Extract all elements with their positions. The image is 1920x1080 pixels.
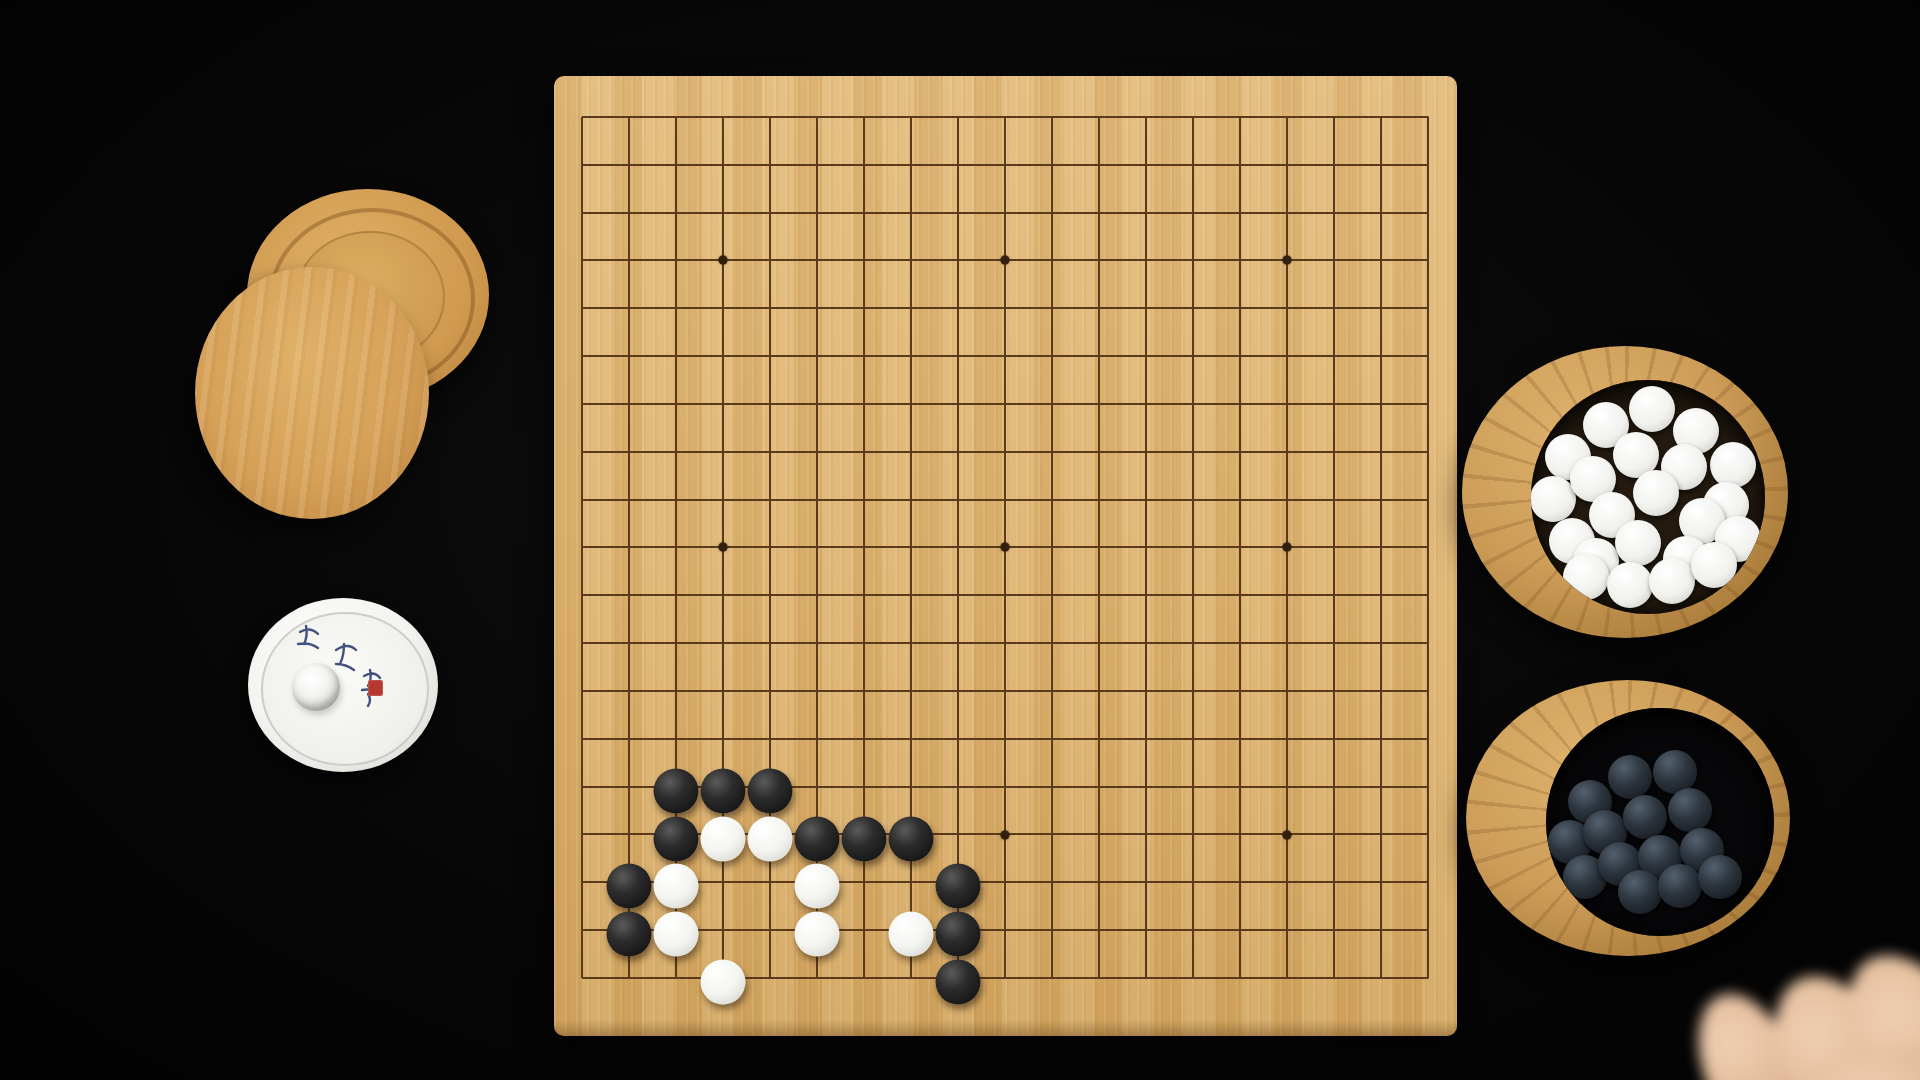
intersection[interactable]	[1170, 428, 1217, 476]
intersection[interactable]	[1123, 93, 1170, 141]
intersection[interactable]	[1123, 571, 1170, 619]
intersection[interactable]	[605, 571, 652, 619]
intersection[interactable]	[1076, 284, 1123, 332]
intersection[interactable]	[1311, 763, 1358, 811]
intersection[interactable]	[1028, 93, 1075, 141]
intersection[interactable]	[652, 141, 699, 189]
intersection[interactable]	[699, 571, 746, 619]
intersection[interactable]	[793, 476, 840, 524]
intersection[interactable]	[1311, 332, 1358, 380]
intersection[interactable]	[1311, 380, 1358, 428]
intersection[interactable]	[746, 236, 793, 284]
intersection[interactable]	[1217, 93, 1264, 141]
intersection[interactable]	[652, 954, 699, 1002]
intersection[interactable]	[1405, 332, 1452, 380]
intersection[interactable]	[934, 476, 981, 524]
intersection[interactable]	[1405, 667, 1452, 715]
intersection[interactable]	[840, 141, 887, 189]
intersection[interactable]	[558, 906, 605, 954]
intersection[interactable]	[1217, 236, 1264, 284]
intersection[interactable]	[981, 571, 1028, 619]
intersection[interactable]	[558, 380, 605, 428]
intersection[interactable]	[652, 571, 699, 619]
intersection[interactable]	[746, 284, 793, 332]
intersection[interactable]	[1076, 763, 1123, 811]
intersection[interactable]	[558, 571, 605, 619]
white-stone-C3[interactable]	[653, 864, 698, 909]
intersection[interactable]	[1170, 332, 1217, 380]
intersection[interactable]	[1217, 858, 1264, 906]
intersection[interactable]	[605, 189, 652, 237]
intersection[interactable]	[887, 476, 934, 524]
intersection[interactable]	[1358, 523, 1405, 571]
intersection[interactable]	[793, 571, 840, 619]
intersection[interactable]	[1405, 380, 1452, 428]
intersection[interactable]	[652, 667, 699, 715]
intersection[interactable]	[934, 715, 981, 763]
black-stone-E5[interactable]	[747, 768, 792, 813]
black-stone-B3[interactable]	[606, 864, 651, 909]
intersection[interactable]	[981, 189, 1028, 237]
intersection[interactable]	[1028, 236, 1075, 284]
intersection[interactable]	[1358, 954, 1405, 1002]
intersection[interactable]	[1311, 619, 1358, 667]
intersection[interactable]	[887, 189, 934, 237]
intersection[interactable]	[981, 667, 1028, 715]
intersection[interactable]	[1028, 954, 1075, 1002]
intersection[interactable]	[887, 858, 934, 906]
intersection[interactable]	[1076, 954, 1123, 1002]
intersection[interactable]	[793, 93, 840, 141]
intersection[interactable]	[558, 236, 605, 284]
intersection[interactable]	[605, 428, 652, 476]
intersection[interactable]	[1264, 93, 1311, 141]
intersection[interactable]	[605, 332, 652, 380]
intersection[interactable]	[1264, 284, 1311, 332]
intersection[interactable]	[840, 428, 887, 476]
intersection[interactable]	[1358, 763, 1405, 811]
intersection[interactable]	[1028, 715, 1075, 763]
intersection[interactable]	[1076, 858, 1123, 906]
white-stone-in-bowl[interactable]	[1563, 554, 1609, 600]
intersection[interactable]	[605, 284, 652, 332]
intersection[interactable]	[605, 380, 652, 428]
intersection[interactable]	[746, 667, 793, 715]
intersection[interactable]	[887, 284, 934, 332]
intersection[interactable]	[699, 667, 746, 715]
intersection[interactable]	[1028, 141, 1075, 189]
intersection[interactable]	[699, 141, 746, 189]
intersection[interactable]	[1217, 667, 1264, 715]
intersection[interactable]	[1028, 428, 1075, 476]
intersection[interactable]	[840, 763, 887, 811]
intersection[interactable]	[1311, 906, 1358, 954]
intersection[interactable]	[1217, 810, 1264, 858]
intersection[interactable]	[652, 523, 699, 571]
intersection[interactable]	[1311, 810, 1358, 858]
intersection[interactable]	[605, 763, 652, 811]
intersection[interactable]	[934, 332, 981, 380]
intersection[interactable]	[652, 619, 699, 667]
intersection[interactable]	[558, 428, 605, 476]
intersection[interactable]	[1405, 93, 1452, 141]
intersection[interactable]	[840, 236, 887, 284]
intersection[interactable]	[605, 93, 652, 141]
intersection[interactable]	[1076, 619, 1123, 667]
intersection[interactable]	[934, 380, 981, 428]
intersection[interactable]	[1123, 715, 1170, 763]
intersection[interactable]	[1170, 667, 1217, 715]
intersection[interactable]	[1076, 715, 1123, 763]
white-stone-in-bowl[interactable]	[1633, 470, 1679, 516]
black-stone-in-bowl[interactable]	[1698, 855, 1742, 899]
white-stone-C2[interactable]	[653, 912, 698, 957]
black-stone-in-bowl[interactable]	[1608, 755, 1652, 799]
intersection[interactable]	[887, 332, 934, 380]
intersection[interactable]	[746, 523, 793, 571]
intersection[interactable]	[746, 428, 793, 476]
intersection[interactable]	[1123, 667, 1170, 715]
intersection[interactable]	[793, 141, 840, 189]
intersection[interactable]	[699, 189, 746, 237]
intersection[interactable]	[1076, 332, 1123, 380]
intersection[interactable]	[840, 523, 887, 571]
intersection[interactable]	[887, 428, 934, 476]
intersection[interactable]	[1311, 667, 1358, 715]
white-stone-in-bowl[interactable]	[1615, 520, 1661, 566]
intersection[interactable]	[1076, 476, 1123, 524]
teacup-gaiwan[interactable]	[248, 598, 438, 772]
intersection[interactable]	[746, 332, 793, 380]
intersection[interactable]	[605, 476, 652, 524]
intersection[interactable]	[1123, 619, 1170, 667]
intersection[interactable]	[558, 619, 605, 667]
intersection[interactable]	[1217, 619, 1264, 667]
black-stone-in-bowl[interactable]	[1623, 795, 1667, 839]
bowl-lid-front[interactable]	[195, 267, 429, 519]
intersection[interactable]	[1264, 619, 1311, 667]
intersection[interactable]	[1217, 523, 1264, 571]
intersection[interactable]	[793, 763, 840, 811]
intersection[interactable]	[746, 715, 793, 763]
intersection[interactable]	[840, 93, 887, 141]
intersection[interactable]	[1405, 906, 1452, 954]
intersection[interactable]	[981, 380, 1028, 428]
intersection[interactable]	[1123, 189, 1170, 237]
intersection[interactable]	[793, 236, 840, 284]
intersection[interactable]	[1170, 141, 1217, 189]
intersection[interactable]	[1405, 763, 1452, 811]
intersection[interactable]	[558, 810, 605, 858]
white-stone-in-bowl[interactable]	[1531, 476, 1576, 522]
intersection[interactable]	[1217, 763, 1264, 811]
intersection[interactable]	[1358, 667, 1405, 715]
intersection[interactable]	[1264, 667, 1311, 715]
intersection[interactable]	[558, 93, 605, 141]
intersection[interactable]	[887, 380, 934, 428]
white-stone-F3[interactable]	[794, 864, 839, 909]
intersection[interactable]	[1123, 476, 1170, 524]
black-stone-G4[interactable]	[841, 816, 886, 861]
intersection[interactable]	[887, 236, 934, 284]
intersection[interactable]	[605, 810, 652, 858]
intersection[interactable]	[887, 571, 934, 619]
intersection[interactable]	[652, 715, 699, 763]
intersection[interactable]	[746, 476, 793, 524]
intersection[interactable]	[1358, 619, 1405, 667]
intersection[interactable]	[699, 619, 746, 667]
intersection[interactable]	[1311, 236, 1358, 284]
intersection[interactable]	[746, 619, 793, 667]
black-stone-D5[interactable]	[700, 768, 745, 813]
intersection[interactable]	[840, 380, 887, 428]
intersection[interactable]	[1358, 284, 1405, 332]
intersection[interactable]	[1217, 428, 1264, 476]
white-stone-in-bowl[interactable]	[1607, 562, 1653, 608]
intersection[interactable]	[558, 667, 605, 715]
intersection[interactable]	[1405, 571, 1452, 619]
intersection[interactable]	[1264, 141, 1311, 189]
intersection[interactable]	[558, 141, 605, 189]
intersection[interactable]	[1358, 236, 1405, 284]
intersection[interactable]	[1311, 571, 1358, 619]
intersection[interactable]	[652, 476, 699, 524]
intersection[interactable]	[1123, 236, 1170, 284]
intersection[interactable]	[840, 954, 887, 1002]
intersection[interactable]	[1028, 332, 1075, 380]
intersection[interactable]	[746, 858, 793, 906]
intersection[interactable]	[699, 380, 746, 428]
intersection[interactable]	[1405, 476, 1452, 524]
intersection[interactable]	[1170, 858, 1217, 906]
white-stone-D1[interactable]	[700, 960, 745, 1005]
intersection[interactable]	[1264, 476, 1311, 524]
intersection[interactable]	[887, 619, 934, 667]
white-stone-in-bowl[interactable]	[1710, 442, 1756, 488]
intersection[interactable]	[746, 189, 793, 237]
intersection[interactable]	[746, 141, 793, 189]
intersection[interactable]	[887, 141, 934, 189]
intersection[interactable]	[793, 428, 840, 476]
intersection[interactable]	[1123, 428, 1170, 476]
intersection[interactable]	[1076, 380, 1123, 428]
intersection[interactable]	[793, 189, 840, 237]
intersection[interactable]	[1311, 954, 1358, 1002]
intersection[interactable]	[793, 715, 840, 763]
intersection[interactable]	[1405, 523, 1452, 571]
intersection[interactable]	[981, 332, 1028, 380]
intersection[interactable]	[840, 476, 887, 524]
intersection[interactable]	[1170, 189, 1217, 237]
intersection[interactable]	[1123, 810, 1170, 858]
intersection[interactable]	[558, 523, 605, 571]
intersection[interactable]	[1405, 619, 1452, 667]
intersection[interactable]	[981, 954, 1028, 1002]
intersection[interactable]	[699, 476, 746, 524]
intersection[interactable]	[1264, 763, 1311, 811]
intersection[interactable]	[746, 571, 793, 619]
black-stone-J3[interactable]	[935, 864, 980, 909]
intersection[interactable]	[887, 523, 934, 571]
white-stone-bowl[interactable]	[1462, 346, 1788, 638]
intersection[interactable]	[605, 236, 652, 284]
intersection[interactable]	[1170, 619, 1217, 667]
intersection[interactable]	[1028, 763, 1075, 811]
intersection[interactable]	[558, 954, 605, 1002]
black-stone-bowl[interactable]	[1466, 680, 1790, 956]
intersection[interactable]	[981, 141, 1028, 189]
intersection[interactable]	[1170, 715, 1217, 763]
intersection[interactable]	[605, 667, 652, 715]
black-stone-F4[interactable]	[794, 816, 839, 861]
intersection[interactable]	[1217, 332, 1264, 380]
intersection[interactable]	[981, 93, 1028, 141]
intersection[interactable]	[605, 141, 652, 189]
intersection[interactable]	[1217, 715, 1264, 763]
intersection[interactable]	[558, 189, 605, 237]
intersection[interactable]	[1123, 141, 1170, 189]
intersection[interactable]	[840, 189, 887, 237]
intersection[interactable]	[934, 619, 981, 667]
intersection[interactable]	[746, 954, 793, 1002]
intersection[interactable]	[1405, 954, 1452, 1002]
intersection[interactable]	[934, 236, 981, 284]
intersection[interactable]	[1311, 141, 1358, 189]
intersection[interactable]	[1358, 332, 1405, 380]
intersection[interactable]	[1028, 810, 1075, 858]
intersection[interactable]	[1170, 954, 1217, 1002]
intersection[interactable]	[652, 189, 699, 237]
intersection[interactable]	[1123, 906, 1170, 954]
intersection[interactable]	[1311, 284, 1358, 332]
intersection[interactable]	[1217, 476, 1264, 524]
intersection[interactable]	[887, 763, 934, 811]
intersection[interactable]	[558, 715, 605, 763]
intersection[interactable]	[1311, 93, 1358, 141]
intersection[interactable]	[1123, 332, 1170, 380]
intersection[interactable]	[1264, 189, 1311, 237]
black-stone-C5[interactable]	[653, 768, 698, 813]
intersection[interactable]	[1405, 715, 1452, 763]
intersection[interactable]	[1076, 571, 1123, 619]
white-stone-in-bowl[interactable]	[1691, 542, 1737, 588]
intersection[interactable]	[605, 954, 652, 1002]
intersection[interactable]	[699, 428, 746, 476]
intersection[interactable]	[793, 380, 840, 428]
intersection[interactable]	[699, 858, 746, 906]
intersection[interactable]	[934, 284, 981, 332]
intersection[interactable]	[605, 715, 652, 763]
intersection[interactable]	[699, 332, 746, 380]
intersection[interactable]	[1311, 858, 1358, 906]
intersection[interactable]	[1405, 858, 1452, 906]
intersection[interactable]	[1170, 476, 1217, 524]
intersection[interactable]	[793, 954, 840, 1002]
intersection[interactable]	[981, 763, 1028, 811]
intersection[interactable]	[840, 858, 887, 906]
intersection[interactable]	[1311, 523, 1358, 571]
intersection[interactable]	[1076, 810, 1123, 858]
intersection[interactable]	[558, 332, 605, 380]
intersection[interactable]	[699, 93, 746, 141]
intersection[interactable]	[793, 332, 840, 380]
intersection[interactable]	[1358, 141, 1405, 189]
intersection[interactable]	[840, 619, 887, 667]
intersection[interactable]	[1170, 380, 1217, 428]
intersection[interactable]	[699, 284, 746, 332]
intersection[interactable]	[605, 619, 652, 667]
intersection[interactable]	[558, 476, 605, 524]
intersection[interactable]	[934, 763, 981, 811]
intersection[interactable]	[934, 93, 981, 141]
intersection[interactable]	[887, 667, 934, 715]
intersection[interactable]	[793, 619, 840, 667]
intersection[interactable]	[1170, 93, 1217, 141]
black-stone-J1[interactable]	[935, 960, 980, 1005]
intersection[interactable]	[887, 715, 934, 763]
intersection[interactable]	[934, 189, 981, 237]
intersection[interactable]	[934, 428, 981, 476]
intersection[interactable]	[1076, 141, 1123, 189]
intersection[interactable]	[1311, 189, 1358, 237]
intersection[interactable]	[981, 715, 1028, 763]
white-stone-E4[interactable]	[747, 816, 792, 861]
intersection[interactable]	[1028, 284, 1075, 332]
white-stone-D4[interactable]	[700, 816, 745, 861]
intersection[interactable]	[1311, 715, 1358, 763]
intersection[interactable]	[1264, 858, 1311, 906]
intersection[interactable]	[1123, 954, 1170, 1002]
black-stone-in-bowl[interactable]	[1618, 870, 1662, 914]
intersection[interactable]	[1217, 906, 1264, 954]
intersection[interactable]	[840, 284, 887, 332]
intersection[interactable]	[981, 619, 1028, 667]
intersection[interactable]	[1358, 428, 1405, 476]
intersection[interactable]	[1264, 715, 1311, 763]
intersection[interactable]	[1405, 236, 1452, 284]
intersection[interactable]	[1028, 667, 1075, 715]
intersection[interactable]	[793, 284, 840, 332]
intersection[interactable]	[887, 954, 934, 1002]
intersection[interactable]	[1358, 380, 1405, 428]
intersection[interactable]	[558, 858, 605, 906]
intersection[interactable]	[840, 715, 887, 763]
intersection[interactable]	[652, 284, 699, 332]
intersection[interactable]	[746, 380, 793, 428]
intersection[interactable]	[793, 523, 840, 571]
intersection[interactable]	[1028, 523, 1075, 571]
intersection[interactable]	[1358, 476, 1405, 524]
intersection[interactable]	[981, 906, 1028, 954]
intersection[interactable]	[1170, 236, 1217, 284]
intersection[interactable]	[1358, 906, 1405, 954]
intersection[interactable]	[652, 93, 699, 141]
intersection[interactable]	[1358, 189, 1405, 237]
intersection[interactable]	[1217, 571, 1264, 619]
intersection[interactable]	[1217, 380, 1264, 428]
intersection[interactable]	[1264, 954, 1311, 1002]
intersection[interactable]	[981, 858, 1028, 906]
intersection[interactable]	[934, 141, 981, 189]
intersection[interactable]	[1170, 523, 1217, 571]
intersection[interactable]	[746, 906, 793, 954]
intersection[interactable]	[652, 236, 699, 284]
intersection[interactable]	[1076, 93, 1123, 141]
intersection[interactable]	[981, 284, 1028, 332]
intersection[interactable]	[1264, 906, 1311, 954]
intersection[interactable]	[793, 667, 840, 715]
black-stone-B2[interactable]	[606, 912, 651, 957]
